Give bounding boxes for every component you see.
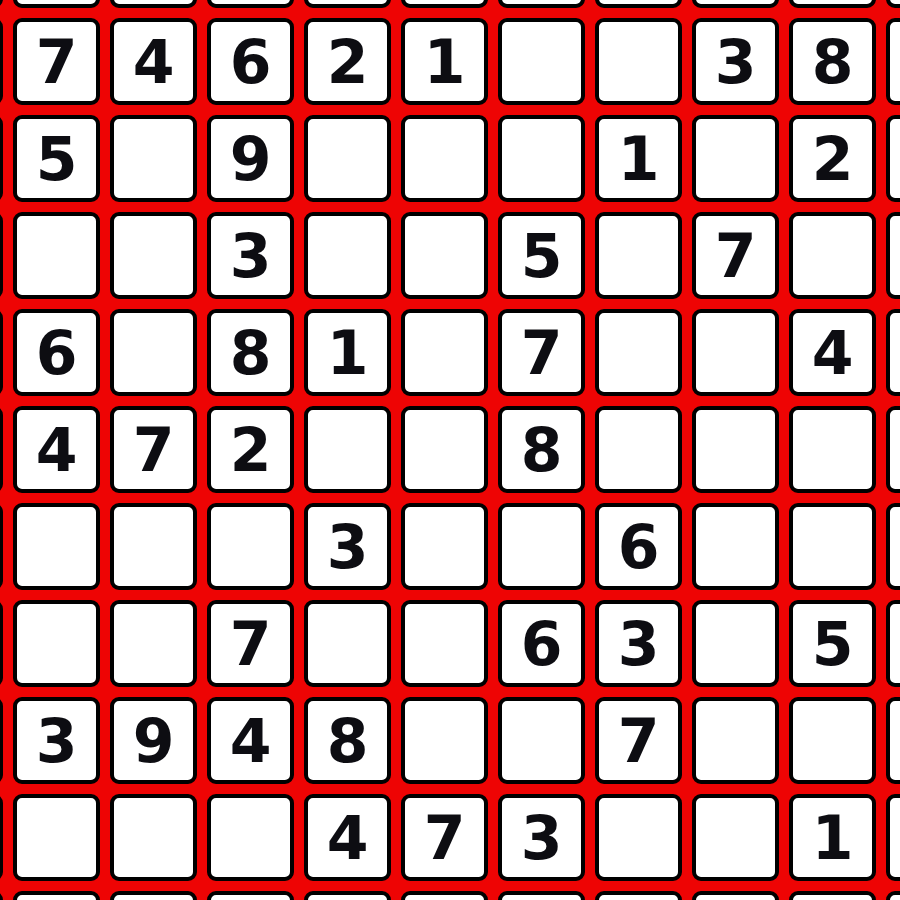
sudoku-cell-partial: [595, 891, 682, 900]
cell-digit: 5: [812, 614, 854, 674]
sudoku-cell-partial: [886, 891, 900, 900]
cell-digit: 4: [36, 420, 78, 480]
sudoku-cell[interactable]: [110, 115, 197, 202]
sudoku-cell[interactable]: [401, 309, 488, 396]
sudoku-cell-partial: [886, 115, 900, 202]
sudoku-cell-partial: [304, 891, 391, 900]
cell-digit: 3: [715, 32, 757, 92]
sudoku-cell[interactable]: [789, 503, 876, 590]
sudoku-cell-partial: [886, 0, 900, 8]
cell-digit: 5: [521, 226, 563, 286]
sudoku-cell-partial: [886, 309, 900, 396]
cell-digit: 4: [327, 808, 369, 868]
sudoku-cell[interactable]: 2: [789, 115, 876, 202]
cell-digit: 3: [230, 226, 272, 286]
sudoku-cell[interactable]: 3: [304, 503, 391, 590]
cell-digit: 8: [230, 323, 272, 383]
cell-digit: 6: [36, 323, 78, 383]
cell-digit: 7: [715, 226, 757, 286]
sudoku-cell[interactable]: [304, 115, 391, 202]
sudoku-cell-partial: [595, 0, 682, 8]
sudoku-cell[interactable]: [692, 503, 779, 590]
sudoku-cell[interactable]: [110, 503, 197, 590]
sudoku-cell[interactable]: 7: [13, 18, 100, 105]
sudoku-cell[interactable]: [13, 600, 100, 687]
cell-digit: 1: [618, 129, 660, 189]
cell-digit: 7: [521, 323, 563, 383]
sudoku-cell[interactable]: 6: [595, 503, 682, 590]
sudoku-cell[interactable]: [304, 600, 391, 687]
cell-digit: 7: [424, 808, 466, 868]
sudoku-cell[interactable]: [110, 309, 197, 396]
sudoku-cell-partial: [207, 891, 294, 900]
sudoku-cell[interactable]: [13, 503, 100, 590]
sudoku-cell[interactable]: [401, 406, 488, 493]
sudoku-cell[interactable]: [110, 600, 197, 687]
sudoku-cell[interactable]: 8: [498, 406, 585, 493]
sudoku-cell-partial: [789, 0, 876, 8]
sudoku-cell[interactable]: 4: [304, 794, 391, 881]
sudoku-cell-partial: [886, 697, 900, 784]
sudoku-cell-partial: [13, 0, 100, 8]
sudoku-cell[interactable]: [110, 794, 197, 881]
sudoku-cell[interactable]: [13, 794, 100, 881]
sudoku-cell[interactable]: [401, 600, 488, 687]
sudoku-cell[interactable]: 8: [789, 18, 876, 105]
cell-digit: 3: [327, 517, 369, 577]
sudoku-cell[interactable]: 7: [110, 406, 197, 493]
sudoku-cell-partial: [0, 503, 3, 590]
sudoku-cell[interactable]: [207, 794, 294, 881]
cell-digit: 6: [521, 614, 563, 674]
sudoku-cell[interactable]: [498, 697, 585, 784]
sudoku-cell[interactable]: 8: [304, 697, 391, 784]
sudoku-cell-partial: [110, 0, 197, 8]
sudoku-cell[interactable]: [692, 309, 779, 396]
sudoku-cell-partial: [886, 503, 900, 590]
sudoku-cell[interactable]: [595, 794, 682, 881]
sudoku-cell[interactable]: 3: [692, 18, 779, 105]
sudoku-cell[interactable]: [401, 503, 488, 590]
sudoku-cell-partial: [13, 891, 100, 900]
sudoku-cell-partial: [692, 891, 779, 900]
sudoku-cell[interactable]: 7: [401, 794, 488, 881]
cell-digit: 6: [618, 517, 660, 577]
sudoku-cell[interactable]: 1: [401, 18, 488, 105]
sudoku-cell[interactable]: 9: [207, 115, 294, 202]
sudoku-cell-partial: [0, 600, 3, 687]
sudoku-cell[interactable]: 7: [207, 600, 294, 687]
sudoku-cell-partial: [0, 18, 3, 105]
cell-digit: 9: [133, 711, 175, 771]
sudoku-cell[interactable]: [498, 115, 585, 202]
sudoku-cell[interactable]: 5: [13, 115, 100, 202]
cell-digit: 7: [618, 711, 660, 771]
sudoku-cell-partial: [0, 406, 3, 493]
sudoku-cell-partial: [110, 891, 197, 900]
sudoku-cell[interactable]: [498, 18, 585, 105]
sudoku-cell[interactable]: 4: [789, 309, 876, 396]
cell-digit: 1: [327, 323, 369, 383]
sudoku-cell[interactable]: [595, 406, 682, 493]
cell-digit: 7: [133, 420, 175, 480]
sudoku-cell-partial: [0, 794, 3, 881]
sudoku-cell[interactable]: 7: [498, 309, 585, 396]
sudoku-cell[interactable]: 4: [13, 406, 100, 493]
sudoku-cell[interactable]: 6: [207, 18, 294, 105]
sudoku-cell-partial: [304, 0, 391, 8]
cell-digit: 4: [230, 711, 272, 771]
sudoku-cell[interactable]: 9: [110, 697, 197, 784]
sudoku-cell[interactable]: 3: [498, 794, 585, 881]
cell-digit: 8: [521, 420, 563, 480]
cell-digit: 2: [812, 129, 854, 189]
sudoku-cell-partial: [886, 18, 900, 105]
cell-digit: 9: [230, 129, 272, 189]
sudoku-cell[interactable]: [789, 212, 876, 299]
cell-digit: 2: [327, 32, 369, 92]
sudoku-cell-partial: [0, 115, 3, 202]
sudoku-cell[interactable]: 2: [207, 406, 294, 493]
sudoku-cell-partial: [886, 600, 900, 687]
cell-digit: 7: [230, 614, 272, 674]
sudoku-cell-partial: [207, 0, 294, 8]
sudoku-cell[interactable]: 6: [498, 600, 585, 687]
sudoku-cell[interactable]: 8: [207, 309, 294, 396]
sudoku-cell[interactable]: 4: [110, 18, 197, 105]
sudoku-cell[interactable]: [13, 212, 100, 299]
sudoku-cell[interactable]: 5: [789, 600, 876, 687]
sudoku-cell[interactable]: 5: [498, 212, 585, 299]
sudoku-cell-partial: [886, 406, 900, 493]
sudoku-cell-partial: [498, 0, 585, 8]
sudoku-cell[interactable]: [401, 115, 488, 202]
sudoku-cell[interactable]: [401, 697, 488, 784]
sudoku-cell[interactable]: [692, 600, 779, 687]
sudoku-cell[interactable]: [207, 503, 294, 590]
cell-digit: 1: [424, 32, 466, 92]
sudoku-cell[interactable]: 7: [692, 212, 779, 299]
sudoku-cell[interactable]: 3: [595, 600, 682, 687]
sudoku-cell[interactable]: 2: [304, 18, 391, 105]
sudoku-cell[interactable]: [401, 212, 488, 299]
cell-digit: 3: [618, 614, 660, 674]
sudoku-cell-partial: [401, 0, 488, 8]
sudoku-cell[interactable]: [692, 115, 779, 202]
sudoku-cell[interactable]: 1: [789, 794, 876, 881]
cell-digit: 5: [36, 129, 78, 189]
cell-digit: 3: [36, 711, 78, 771]
sudoku-cell[interactable]: [304, 212, 391, 299]
sudoku-cell-partial: [886, 794, 900, 881]
cell-digit: 1: [812, 808, 854, 868]
sudoku-cell[interactable]: 1: [595, 115, 682, 202]
sudoku-cell-partial: [0, 697, 3, 784]
sudoku-cell-partial: [401, 891, 488, 900]
sudoku-cell-partial: [789, 891, 876, 900]
cell-digit: 3: [521, 808, 563, 868]
sudoku-cell[interactable]: [789, 406, 876, 493]
sudoku-cell[interactable]: [789, 697, 876, 784]
sudoku-cell-partial: [692, 0, 779, 8]
sudoku-cell[interactable]: 3: [207, 212, 294, 299]
sudoku-cell-partial: [886, 212, 900, 299]
sudoku-cell[interactable]: [692, 794, 779, 881]
cell-digit: 8: [812, 32, 854, 92]
sudoku-cell[interactable]: 7: [595, 697, 682, 784]
cell-digit: 2: [230, 420, 272, 480]
sudoku-cell[interactable]: [595, 309, 682, 396]
cell-digit: 8: [327, 711, 369, 771]
sudoku-cell-partial: [498, 891, 585, 900]
sudoku-cell-partial: [0, 212, 3, 299]
sudoku-cell[interactable]: 6: [13, 309, 100, 396]
sudoku-cell[interactable]: [595, 212, 682, 299]
sudoku-board: 74621385912357681744728367635394874731: [0, 0, 900, 900]
sudoku-cell[interactable]: 1: [304, 309, 391, 396]
sudoku-cell[interactable]: [692, 406, 779, 493]
sudoku-cell[interactable]: [498, 503, 585, 590]
sudoku-cell[interactable]: 4: [207, 697, 294, 784]
cell-digit: 4: [812, 323, 854, 383]
cell-digit: 4: [133, 32, 175, 92]
sudoku-cell-partial: [0, 309, 3, 396]
cell-digit: 6: [230, 32, 272, 92]
sudoku-cell[interactable]: [595, 18, 682, 105]
sudoku-cell[interactable]: 3: [13, 697, 100, 784]
sudoku-cell[interactable]: [110, 212, 197, 299]
cell-digit: 7: [36, 32, 78, 92]
sudoku-cell[interactable]: [692, 697, 779, 784]
sudoku-cell[interactable]: [304, 406, 391, 493]
